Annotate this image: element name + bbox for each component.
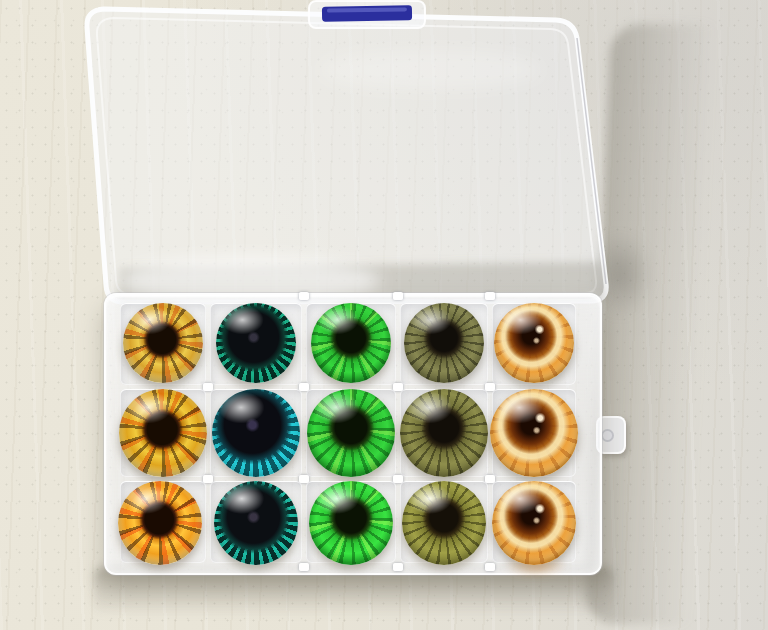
glass-eye-green-r3-c3 [309,481,393,565]
glass-eye-orange-r3-c5 [492,481,576,565]
glass-eye-green-r1-c3 [311,303,391,383]
divider-clip [299,563,309,571]
divider-clip [203,383,213,391]
compartment-r1-c5 [492,303,576,385]
glass-eye-teal-bright-r2-c2 [212,389,300,477]
divider-clip [203,475,213,483]
compartment-r1-c4 [400,303,488,385]
compartment-r2-c3 [306,389,396,477]
compartment-r3-c1 [120,481,206,563]
glass-eye-olive-r2-c4 [400,389,488,477]
divider-clip [299,383,309,391]
compartment-r3-c5 [492,481,576,563]
compartment-r2-c2 [210,389,302,477]
divider-clip [299,475,309,483]
compartment-grid [120,303,576,563]
compartment-r3-c3 [306,481,396,563]
glass-eye-green-r2-c3 [307,389,395,477]
glass-eye-teal-dark-r1-c2 [216,303,296,383]
divider-clip [393,563,403,571]
compartment-r2-c4 [400,389,488,477]
compartment-r1-c1 [120,303,206,385]
compartment-r1-c2 [210,303,302,385]
glass-eye-orange-r2-c5 [490,389,578,477]
compartment-r3-c2 [210,481,302,563]
divider-clip [485,475,495,483]
divider-clip [393,292,403,300]
compartment-r2-c5 [492,389,576,477]
divider-clip [485,383,495,391]
divider-clip [393,383,403,391]
compartment-r1-c3 [306,303,396,385]
glass-eye-orange-r1-c5 [494,303,574,383]
divider-clip [485,292,495,300]
glass-eye-olive-r3-c4 [402,481,486,565]
glass-eye-amber-r1-c1 [123,303,203,383]
compartment-r3-c4 [400,481,488,563]
glass-eye-teal-dark-r3-c2 [214,481,298,565]
glass-eye-olive-r1-c4 [404,303,484,383]
divider-clip [485,563,495,571]
divider-clip [299,292,309,300]
storage-tray [104,293,602,575]
glass-eye-amber-r3-c1 [118,481,202,565]
compartment-r2-c1 [120,389,206,477]
lid-glare-top [320,50,540,90]
lid-panel [87,9,606,302]
divider-clip [393,475,403,483]
latch-tab-hole [601,429,614,442]
glass-eye-amber-r2-c1 [119,389,207,477]
